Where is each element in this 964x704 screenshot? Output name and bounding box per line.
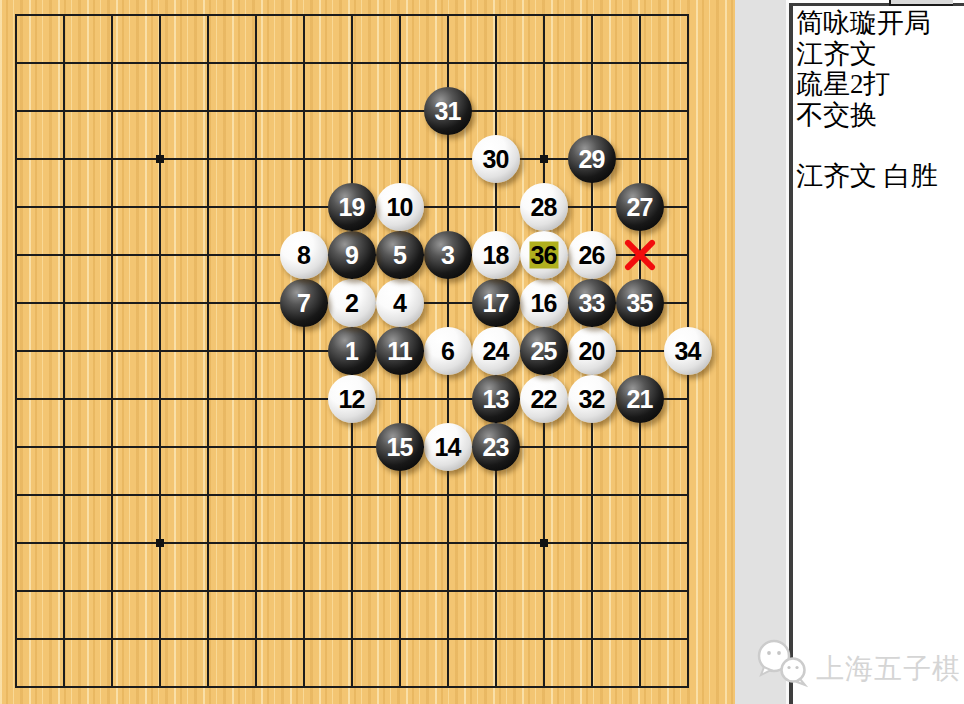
stone-number: 12 [340,387,365,412]
wechat-bubbles-icon [752,634,810,692]
panel-line [796,130,964,161]
stone-number: 15 [388,435,413,460]
stone-24[interactable]: 24 [472,327,520,375]
stone-number: 19 [340,195,365,220]
stone-29[interactable]: 29 [568,135,616,183]
stone-number: 14 [436,435,461,460]
watermark-text: 上海五子棋 [816,652,961,686]
stone-number: 36 [532,243,557,268]
board-panel-gutter [735,0,789,704]
star-point [156,155,164,163]
info-panel[interactable]: 简咏璇开局江齐文疏星2打不交换 江齐文 白胜 [789,3,964,704]
panel-line: 疏星2打 [796,69,964,100]
panel-line: 不交换 [796,100,964,131]
stone-number: 10 [388,195,413,220]
stone-number: 24 [484,339,509,364]
stone-26[interactable]: 26 [568,231,616,279]
red-x-marker [620,235,660,275]
panel-line: 江齐文 [796,39,964,70]
stone-32[interactable]: 32 [568,375,616,423]
star-point [540,539,548,547]
stone-11[interactable]: 11 [376,327,424,375]
stone-number: 30 [484,147,509,172]
stone-number: 28 [532,195,557,220]
stone-number: 6 [442,339,454,364]
stone-number: 29 [580,147,605,172]
stone-number: 3 [442,243,454,268]
stone-21[interactable]: 21 [616,375,664,423]
stone-number: 18 [484,243,509,268]
stone-number: 4 [394,291,406,316]
stone-6[interactable]: 6 [424,327,472,375]
stone-4[interactable]: 4 [376,279,424,327]
stone-number: 35 [628,291,653,316]
stone-number: 20 [580,339,605,364]
stone-number: 8 [298,243,310,268]
stone-9[interactable]: 9 [328,231,376,279]
window-edge-notch [889,0,953,6]
stone-31[interactable]: 31 [424,87,472,135]
stone-number: 27 [628,195,653,220]
stone-1[interactable]: 1 [328,327,376,375]
stone-7[interactable]: 7 [280,279,328,327]
panel-line: 简咏璇开局 [796,8,964,39]
stone-number: 13 [484,387,509,412]
stone-33[interactable]: 33 [568,279,616,327]
stone-19[interactable]: 19 [328,183,376,231]
stone-18[interactable]: 18 [472,231,520,279]
stone-number: 34 [676,339,701,364]
stone-number: 26 [580,243,605,268]
stone-number: 31 [436,99,461,124]
stone-14[interactable]: 14 [424,423,472,471]
stone-5[interactable]: 5 [376,231,424,279]
stone-8[interactable]: 8 [280,231,328,279]
stone-number: 21 [628,387,653,412]
stone-2[interactable]: 2 [328,279,376,327]
stone-36[interactable]: 36 [520,231,568,279]
stone-number: 22 [532,387,557,412]
stone-22[interactable]: 22 [520,375,568,423]
star-point [156,539,164,547]
gomoku-board[interactable]: 1234567891011121314151617181920212223242… [0,0,735,704]
stone-number: 5 [394,243,406,268]
stone-13[interactable]: 13 [472,375,520,423]
stone-28[interactable]: 28 [520,183,568,231]
stone-23[interactable]: 23 [472,423,520,471]
stone-27[interactable]: 27 [616,183,664,231]
stone-number: 11 [388,339,411,364]
stone-30[interactable]: 30 [472,135,520,183]
stone-number: 9 [346,243,358,268]
stone-number: 33 [580,291,605,316]
stone-number: 32 [580,387,605,412]
stone-15[interactable]: 15 [376,423,424,471]
stone-number: 7 [298,291,310,316]
stone-20[interactable]: 20 [568,327,616,375]
panel-line: 江齐文 白胜 [796,161,964,192]
stone-number: 1 [346,339,358,364]
watermark: 上海五子棋 [752,634,961,692]
stone-number: 2 [346,291,358,316]
star-point [540,155,548,163]
stone-12[interactable]: 12 [328,375,376,423]
stone-number: 23 [484,435,509,460]
stone-number: 16 [532,291,557,316]
stone-25[interactable]: 25 [520,327,568,375]
game-viewer-window: 1234567891011121314151617181920212223242… [0,0,964,704]
stone-17[interactable]: 17 [472,279,520,327]
stone-number: 25 [532,339,557,364]
stone-3[interactable]: 3 [424,231,472,279]
stone-35[interactable]: 35 [616,279,664,327]
stone-16[interactable]: 16 [520,279,568,327]
stone-34[interactable]: 34 [664,327,712,375]
stone-number: 17 [484,291,509,316]
stone-10[interactable]: 10 [376,183,424,231]
